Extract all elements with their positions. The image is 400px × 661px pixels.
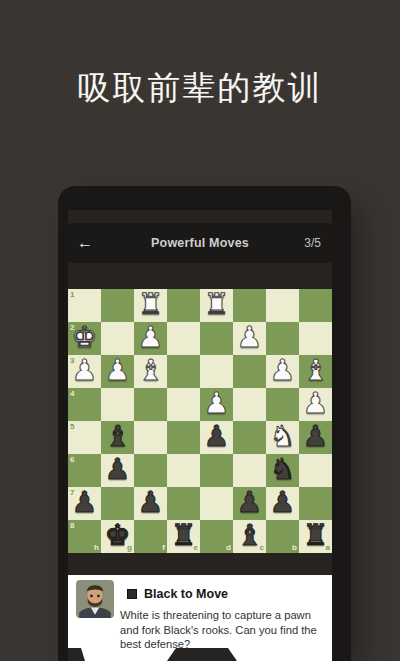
square-h6[interactable]: 6 — [68, 454, 101, 487]
square-e5[interactable] — [167, 421, 200, 454]
piece-wR-f1[interactable]: ♜ — [138, 288, 164, 321]
square-c2[interactable]: ♟ — [233, 322, 266, 355]
square-b4[interactable] — [266, 388, 299, 421]
coach-message: White is threatening to capture a pawn a… — [120, 608, 322, 652]
file-label-b: b — [292, 544, 297, 552]
piece-wR-d1[interactable]: ♜ — [204, 288, 230, 321]
piece-bK-g8[interactable]: ♚ — [105, 519, 131, 552]
piece-wK-h2[interactable]: ♚ — [72, 321, 98, 354]
square-c7[interactable]: ♟ — [233, 487, 266, 520]
coach-content: Black to Move White is threatening to ca… — [120, 579, 322, 652]
piece-bR-a8[interactable]: ♜ — [303, 519, 329, 552]
square-f4[interactable] — [134, 388, 167, 421]
square-a6[interactable] — [299, 454, 332, 487]
square-g1[interactable] — [101, 289, 134, 322]
square-h7[interactable]: 7♟ — [68, 487, 101, 520]
piece-wP-a4[interactable]: ♟ — [303, 387, 329, 420]
coach-card: Black to Move White is threatening to ca… — [68, 575, 332, 661]
square-a2[interactable] — [299, 322, 332, 355]
back-arrow-icon[interactable]: ← — [77, 223, 93, 263]
square-a1[interactable] — [299, 289, 332, 322]
page: 吸取前辈的教训 ← Powerful Moves 3/5 1♜♜2♚♟♟3♟♟♝… — [0, 0, 400, 661]
square-f5[interactable] — [134, 421, 167, 454]
square-e8[interactable]: e♜ — [167, 520, 200, 553]
square-f8[interactable]: f — [134, 520, 167, 553]
square-c1[interactable] — [233, 289, 266, 322]
square-g2[interactable] — [101, 322, 134, 355]
rank-label-8: 8 — [70, 522, 74, 530]
piece-wB-f3[interactable]: ♝ — [138, 354, 164, 387]
square-c6[interactable] — [233, 454, 266, 487]
square-b5[interactable]: ♞ — [266, 421, 299, 454]
square-h3[interactable]: 3♟ — [68, 355, 101, 388]
turn-label: Black to Move — [144, 587, 228, 601]
tablet-mockup: ← Powerful Moves 3/5 1♜♜2♚♟♟3♟♟♝♟♝4♟♟5♝♟… — [58, 186, 351, 661]
turn-indicator: Black to Move — [127, 587, 322, 601]
square-e7[interactable] — [167, 487, 200, 520]
piece-wP-f2[interactable]: ♟ — [138, 321, 164, 354]
piece-bP-g6[interactable]: ♟ — [105, 453, 131, 486]
square-b6[interactable]: ♞ — [266, 454, 299, 487]
square-e3[interactable] — [167, 355, 200, 388]
piece-bP-c7[interactable]: ♟ — [237, 486, 263, 519]
piece-bP-d5[interactable]: ♟ — [204, 420, 230, 453]
square-d6[interactable] — [200, 454, 233, 487]
square-e2[interactable] — [167, 322, 200, 355]
square-f7[interactable]: ♟ — [134, 487, 167, 520]
square-c3[interactable] — [233, 355, 266, 388]
square-e4[interactable] — [167, 388, 200, 421]
square-f2[interactable]: ♟ — [134, 322, 167, 355]
square-g7[interactable] — [101, 487, 134, 520]
file-label-f: f — [162, 544, 165, 552]
square-b2[interactable] — [266, 322, 299, 355]
square-a5[interactable]: ♟ — [299, 421, 332, 454]
piece-wP-d4[interactable]: ♟ — [204, 387, 230, 420]
piece-bN-b6[interactable]: ♞ — [270, 453, 296, 486]
square-e6[interactable] — [167, 454, 200, 487]
square-d4[interactable]: ♟ — [200, 388, 233, 421]
piece-bR-e8[interactable]: ♜ — [171, 519, 197, 552]
square-d1[interactable]: ♜ — [200, 289, 233, 322]
file-label-d: d — [226, 544, 231, 552]
coach-avatar-image — [76, 580, 114, 618]
rank-label-6: 6 — [70, 456, 74, 464]
square-b1[interactable] — [266, 289, 299, 322]
rank-label-5: 5 — [70, 423, 74, 431]
square-c5[interactable] — [233, 421, 266, 454]
square-h2[interactable]: 2♚ — [68, 322, 101, 355]
square-f6[interactable] — [134, 454, 167, 487]
appbar: ← Powerful Moves 3/5 — [68, 223, 332, 263]
piece-wP-b3[interactable]: ♟ — [270, 354, 296, 387]
square-a4[interactable]: ♟ — [299, 388, 332, 421]
square-g8[interactable]: g♚ — [101, 520, 134, 553]
piece-bP-a5[interactable]: ♟ — [303, 420, 329, 453]
hero-title: 吸取前辈的教训 — [0, 68, 400, 108]
app-screen: ← Powerful Moves 3/5 1♜♜2♚♟♟3♟♟♝♟♝4♟♟5♝♟… — [68, 210, 332, 661]
piece-wB-a3[interactable]: ♝ — [303, 354, 329, 387]
file-label-h: h — [94, 544, 99, 552]
piece-bP-b7[interactable]: ♟ — [270, 486, 296, 519]
square-a8[interactable]: a♜ — [299, 520, 332, 553]
black-turn-square-icon — [127, 589, 137, 599]
piece-bP-h7[interactable]: ♟ — [72, 486, 98, 519]
square-h5[interactable]: 5 — [68, 421, 101, 454]
square-d7[interactable] — [200, 487, 233, 520]
piece-wP-h3[interactable]: ♟ — [72, 354, 98, 387]
square-a3[interactable]: ♝ — [299, 355, 332, 388]
square-d2[interactable] — [200, 322, 233, 355]
square-c8[interactable]: c♝ — [233, 520, 266, 553]
rank-label-1: 1 — [70, 291, 74, 299]
coach-avatar — [76, 580, 114, 618]
chess-board[interactable]: 1♜♜2♚♟♟3♟♟♝♟♝4♟♟5♝♟♞♟6♟♞7♟♟♟♟8hg♚fe♜dc♝b… — [68, 289, 332, 553]
square-d8[interactable]: d — [200, 520, 233, 553]
square-g6[interactable]: ♟ — [101, 454, 134, 487]
lesson-progress: 3/5 — [304, 223, 321, 263]
square-g3[interactable]: ♟ — [101, 355, 134, 388]
card-bottom-notch-middle — [167, 648, 237, 661]
square-a7[interactable] — [299, 487, 332, 520]
rank-label-4: 4 — [70, 390, 74, 398]
square-d3[interactable] — [200, 355, 233, 388]
square-g5[interactable]: ♝ — [101, 421, 134, 454]
piece-wP-c2[interactable]: ♟ — [237, 321, 263, 354]
square-e1[interactable] — [167, 289, 200, 322]
square-h8[interactable]: 8h — [68, 520, 101, 553]
piece-wP-g3[interactable]: ♟ — [105, 354, 131, 387]
square-b3[interactable]: ♟ — [266, 355, 299, 388]
piece-bP-f7[interactable]: ♟ — [138, 486, 164, 519]
square-b7[interactable]: ♟ — [266, 487, 299, 520]
square-g4[interactable] — [101, 388, 134, 421]
square-c4[interactable] — [233, 388, 266, 421]
piece-bB-g5[interactable]: ♝ — [105, 420, 131, 453]
piece-bB-c8[interactable]: ♝ — [237, 519, 263, 552]
square-h1[interactable]: 1 — [68, 289, 101, 322]
square-d5[interactable]: ♟ — [200, 421, 233, 454]
square-f3[interactable]: ♝ — [134, 355, 167, 388]
square-h4[interactable]: 4 — [68, 388, 101, 421]
piece-wN-b5[interactable]: ♞ — [270, 420, 296, 453]
lesson-title: Powerful Moves — [151, 236, 249, 250]
square-f1[interactable]: ♜ — [134, 289, 167, 322]
square-b8[interactable]: b — [266, 520, 299, 553]
